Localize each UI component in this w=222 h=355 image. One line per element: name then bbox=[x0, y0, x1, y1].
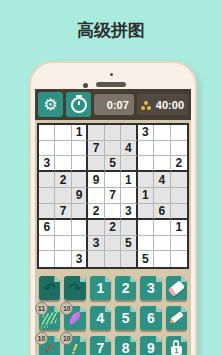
cell-r7c1[interactable]: 6 bbox=[39, 220, 55, 236]
cell-r3c1[interactable]: 3 bbox=[39, 156, 55, 172]
pencil-marks-count-badge: 11 bbox=[35, 302, 48, 315]
cell-r3c6[interactable] bbox=[121, 156, 137, 172]
number-2-label: 2 bbox=[122, 280, 130, 296]
cell-r4c4[interactable]: 9 bbox=[88, 172, 104, 188]
undo-button[interactable]: ↶ bbox=[39, 276, 60, 300]
cell-r5c7[interactable]: 1 bbox=[138, 188, 154, 204]
cell-r4c7[interactable] bbox=[138, 172, 154, 188]
cell-r6c9[interactable] bbox=[171, 204, 187, 220]
warning-powerup-button[interactable]: 10 ! bbox=[64, 336, 85, 355]
number-1-label: 1 bbox=[96, 280, 104, 296]
cell-r1c3[interactable]: 1 bbox=[72, 125, 88, 141]
cell-r7c9[interactable]: 1 bbox=[171, 220, 187, 236]
cell-r2c3[interactable] bbox=[72, 141, 88, 157]
cell-r2c6[interactable]: 4 bbox=[121, 141, 137, 157]
number-4-label: 4 bbox=[96, 310, 104, 326]
earpiece-speaker bbox=[96, 82, 126, 87]
number-5-label: 5 bbox=[122, 310, 130, 326]
page-title: 高级拼图 bbox=[0, 19, 222, 42]
cell-r2c7[interactable] bbox=[138, 141, 154, 157]
cell-r9c5[interactable] bbox=[105, 251, 121, 267]
cell-r1c9[interactable] bbox=[171, 125, 187, 141]
cell-r1c2[interactable] bbox=[55, 125, 71, 141]
feather-count-badge: 10 bbox=[60, 302, 73, 315]
cell-r5c8[interactable] bbox=[154, 188, 170, 204]
cell-r5c5[interactable]: 7 bbox=[105, 188, 121, 204]
cell-r6c2[interactable]: 7 bbox=[55, 204, 71, 220]
cell-r7c8[interactable] bbox=[154, 220, 170, 236]
cell-r5c2[interactable] bbox=[55, 188, 71, 204]
eraser-button[interactable] bbox=[166, 276, 187, 300]
cell-r8c1[interactable] bbox=[39, 236, 55, 252]
cell-r3c4[interactable] bbox=[88, 156, 104, 172]
cell-r2c2[interactable] bbox=[55, 141, 71, 157]
lock-button[interactable]: 1 bbox=[166, 336, 187, 355]
cell-r3c7[interactable] bbox=[138, 156, 154, 172]
bonus-timer-value: 40:00 bbox=[156, 99, 184, 111]
cell-r7c4[interactable] bbox=[88, 220, 104, 236]
number-4-button[interactable]: 4 bbox=[90, 306, 111, 330]
cell-r1c5[interactable] bbox=[105, 125, 121, 141]
cell-r9c1[interactable] bbox=[39, 251, 55, 267]
cell-r4c3[interactable] bbox=[72, 172, 88, 188]
cell-r5c6[interactable] bbox=[121, 188, 137, 204]
sudoku-board: 1374352291497172366213535 bbox=[37, 123, 189, 269]
cell-r4c6[interactable]: 1 bbox=[121, 172, 137, 188]
game-topbar: ⚙ 0:07 40:00 bbox=[35, 89, 191, 120]
number-6-button[interactable]: 6 bbox=[140, 306, 161, 330]
cell-r2c8[interactable] bbox=[154, 141, 170, 157]
pencil-button[interactable] bbox=[166, 306, 187, 330]
cell-r4c1[interactable] bbox=[39, 172, 55, 188]
cell-r9c3[interactable]: 3 bbox=[72, 251, 88, 267]
undo-icon: ↶ bbox=[44, 281, 56, 295]
number-6-label: 6 bbox=[147, 310, 155, 326]
cell-r2c9[interactable] bbox=[171, 141, 187, 157]
clover-icon bbox=[141, 100, 152, 110]
cell-r3c9[interactable]: 2 bbox=[171, 156, 187, 172]
bonus-timer: 40:00 bbox=[137, 94, 188, 115]
cell-r8c6[interactable]: 5 bbox=[121, 236, 137, 252]
cell-r6c5[interactable] bbox=[105, 204, 121, 220]
number-5-button[interactable]: 5 bbox=[115, 306, 136, 330]
cell-r4c9[interactable] bbox=[171, 172, 187, 188]
number-2-button[interactable]: 2 bbox=[115, 276, 136, 300]
elapsed-timer-value: 0:07 bbox=[107, 99, 129, 111]
number-3-label: 3 bbox=[147, 280, 155, 296]
cell-r9c4[interactable] bbox=[88, 251, 104, 267]
cell-r5c1[interactable] bbox=[39, 188, 55, 204]
number-8-button[interactable]: 8 bbox=[115, 336, 136, 355]
number-9-label: 9 bbox=[147, 340, 155, 355]
cell-r4c2[interactable]: 2 bbox=[55, 172, 71, 188]
cell-r1c1[interactable] bbox=[39, 125, 55, 141]
cell-r8c2[interactable] bbox=[55, 236, 71, 252]
check-powerup-button[interactable]: 10 ✓ bbox=[39, 336, 60, 355]
cell-r7c3[interactable] bbox=[72, 220, 88, 236]
cell-r1c8[interactable] bbox=[154, 125, 170, 141]
number-7-button[interactable]: 7 bbox=[90, 336, 111, 355]
redo-button[interactable]: ↷ bbox=[64, 276, 85, 300]
cell-r8c5[interactable] bbox=[105, 236, 121, 252]
cell-r3c8[interactable] bbox=[154, 156, 170, 172]
keypad: ↶ ↷ 1 2 3 11 10 bbox=[35, 276, 191, 355]
cell-r7c5[interactable]: 2 bbox=[105, 220, 121, 236]
cell-r9c8[interactable] bbox=[154, 251, 170, 267]
settings-button[interactable]: ⚙ bbox=[38, 92, 63, 117]
cell-r6c8[interactable]: 6 bbox=[154, 204, 170, 220]
cell-r2c1[interactable] bbox=[39, 141, 55, 157]
cell-r9c9[interactable] bbox=[171, 251, 187, 267]
warning-count-badge: 10 bbox=[60, 332, 73, 345]
cell-r6c4[interactable]: 2 bbox=[88, 204, 104, 220]
cell-r7c7[interactable] bbox=[138, 220, 154, 236]
cell-r7c6[interactable] bbox=[121, 220, 137, 236]
game-screen: ⚙ 0:07 40:00 1374352291497172366213535 ↶ bbox=[35, 89, 191, 355]
cell-r1c4[interactable] bbox=[88, 125, 104, 141]
cell-r8c8[interactable] bbox=[154, 236, 170, 252]
cell-r7c2[interactable] bbox=[55, 220, 71, 236]
cell-r6c1[interactable] bbox=[39, 204, 55, 220]
cell-r9c2[interactable] bbox=[55, 251, 71, 267]
phone-mockup: ⚙ 0:07 40:00 1374352291497172366213535 ↶ bbox=[29, 61, 197, 355]
cell-r3c5[interactable]: 5 bbox=[105, 156, 121, 172]
front-camera bbox=[83, 83, 88, 88]
number-1-button[interactable]: 1 bbox=[90, 276, 111, 300]
pencil-icon bbox=[168, 311, 184, 326]
cell-r6c3[interactable] bbox=[72, 204, 88, 220]
check-count-badge: 10 bbox=[35, 332, 48, 345]
cell-r8c7[interactable] bbox=[138, 236, 154, 252]
cell-r3c2[interactable] bbox=[55, 156, 71, 172]
cell-r6c7[interactable] bbox=[138, 204, 154, 220]
cell-r4c5[interactable] bbox=[105, 172, 121, 188]
cell-r8c4[interactable]: 3 bbox=[88, 236, 104, 252]
restart-button[interactable] bbox=[66, 92, 91, 117]
cell-r6c6[interactable]: 3 bbox=[121, 204, 137, 220]
cell-r2c4[interactable]: 7 bbox=[88, 141, 104, 157]
stopwatch-icon bbox=[71, 97, 87, 113]
number-8-label: 8 bbox=[122, 340, 130, 355]
cell-r1c6[interactable] bbox=[121, 125, 137, 141]
cell-r5c9[interactable] bbox=[171, 188, 187, 204]
cell-r9c7[interactable]: 5 bbox=[138, 251, 154, 267]
cell-r3c3[interactable] bbox=[72, 156, 88, 172]
number-9-button[interactable]: 9 bbox=[140, 336, 161, 355]
elapsed-timer: 0:07 bbox=[94, 94, 134, 115]
cell-r8c3[interactable] bbox=[72, 236, 88, 252]
cell-r5c4[interactable] bbox=[88, 188, 104, 204]
proximity-sensor-dot bbox=[110, 73, 113, 76]
cell-r2c5[interactable] bbox=[105, 141, 121, 157]
feather-powerup-button[interactable]: 10 bbox=[64, 306, 85, 330]
redo-icon: ↷ bbox=[69, 281, 81, 295]
screenshot-root: 高级拼图 ⚙ 0:07 40:00 13743522914 bbox=[0, 0, 222, 355]
cell-r8c9[interactable] bbox=[171, 236, 187, 252]
number-3-button[interactable]: 3 bbox=[140, 276, 161, 300]
cell-r5c3[interactable]: 9 bbox=[72, 188, 88, 204]
cell-r1c7[interactable]: 3 bbox=[138, 125, 154, 141]
gear-icon: ⚙ bbox=[43, 97, 57, 113]
cell-r9c6[interactable] bbox=[121, 251, 137, 267]
cell-r4c8[interactable]: 4 bbox=[154, 172, 170, 188]
eraser-icon bbox=[168, 280, 185, 297]
lock-icon: 1 bbox=[171, 346, 182, 355]
number-7-label: 7 bbox=[96, 340, 104, 355]
pencil-marks-powerup-button[interactable]: 11 bbox=[39, 306, 60, 330]
